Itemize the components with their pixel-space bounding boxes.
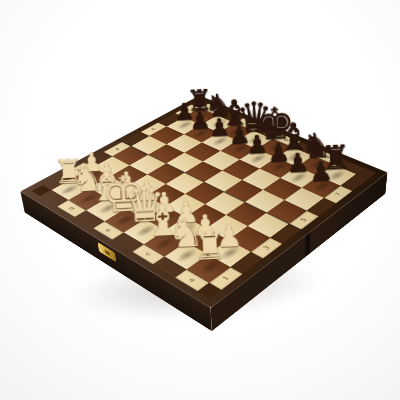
clasp-keyhole-icon <box>105 249 111 256</box>
piece-white-rook-a1[interactable]: ♜ <box>183 223 236 268</box>
piece-black-pawn-a7[interactable]: ♟ <box>297 155 343 188</box>
chess-set-photo: abcdefgh87654321 ♜♟♟♜♞♟♟♞♝♟♟♝♚♟♟♛♛♟♟♚♝♟♟… <box>0 0 400 400</box>
brass-clasp[interactable] <box>98 242 117 262</box>
board-3d-wrapper: abcdefgh87654321 ♜♟♟♜♞♟♟♞♝♟♟♝♚♟♟♛♛♟♟♚♝♟♟… <box>67 45 340 318</box>
